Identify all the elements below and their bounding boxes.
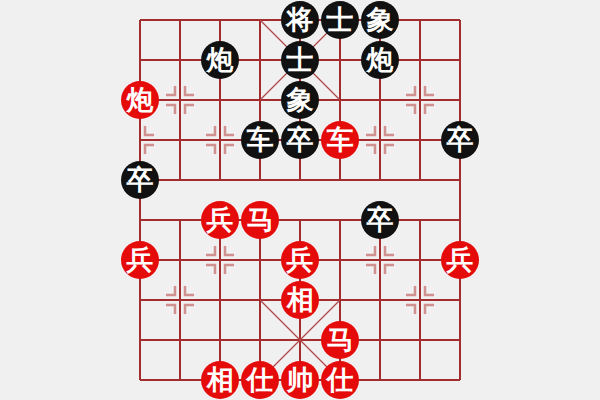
piece-red-elephant[interactable]: 相 <box>201 361 239 399</box>
piece-red-horse[interactable]: 马 <box>321 321 359 359</box>
piece-red-pawn[interactable]: 兵 <box>441 241 479 279</box>
piece-red-chariot[interactable]: 车 <box>321 121 359 159</box>
piece-black-cannon[interactable]: 炮 <box>361 41 399 79</box>
piece-red-horse[interactable]: 马 <box>241 201 279 239</box>
piece-black-elephant[interactable]: 象 <box>361 1 399 39</box>
piece-red-advisor[interactable]: 仕 <box>321 361 359 399</box>
piece-black-cannon[interactable]: 炮 <box>201 41 239 79</box>
piece-red-advisor[interactable]: 仕 <box>241 361 279 399</box>
piece-red-cannon[interactable]: 炮 <box>121 81 159 119</box>
piece-black-pawn[interactable]: 卒 <box>441 121 479 159</box>
piece-red-pawn[interactable]: 兵 <box>121 241 159 279</box>
piece-black-general[interactable]: 将 <box>281 1 319 39</box>
piece-black-chariot[interactable]: 车 <box>241 121 279 159</box>
piece-black-pawn[interactable]: 卒 <box>121 161 159 199</box>
piece-red-pawn[interactable]: 兵 <box>201 201 239 239</box>
piece-black-pawn[interactable]: 卒 <box>281 121 319 159</box>
piece-black-advisor[interactable]: 士 <box>281 41 319 79</box>
pieces-layer: 将士象炮士炮炮象车卒车卒卒兵马卒兵兵兵相马相仕帅仕 <box>120 0 480 400</box>
piece-red-pawn[interactable]: 兵 <box>281 241 319 279</box>
xiangqi-screenshot: 将士象炮士炮炮象车卒车卒卒兵马卒兵兵兵相马相仕帅仕 <box>0 0 600 400</box>
piece-black-pawn[interactable]: 卒 <box>361 201 399 239</box>
piece-red-elephant[interactable]: 相 <box>281 281 319 319</box>
piece-black-elephant[interactable]: 象 <box>281 81 319 119</box>
piece-black-advisor[interactable]: 士 <box>321 1 359 39</box>
xiangqi-board: 将士象炮士炮炮象车卒车卒卒兵马卒兵兵兵相马相仕帅仕 <box>120 0 480 400</box>
piece-red-general[interactable]: 帅 <box>281 361 319 399</box>
